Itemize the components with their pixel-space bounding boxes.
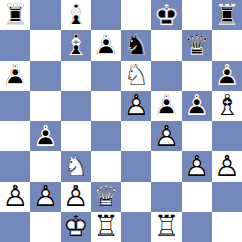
white-pawn-piece[interactable]: ♟♙ bbox=[212, 151, 242, 181]
square-a3[interactable] bbox=[0, 151, 30, 181]
square-h5[interactable]: ♝♗ bbox=[212, 91, 242, 121]
square-c7[interactable]: ♝♗ bbox=[61, 30, 91, 60]
square-d4[interactable] bbox=[91, 121, 121, 151]
black-rook-piece[interactable]: ♜♖ bbox=[212, 0, 242, 30]
square-c8[interactable]: ♝♗ bbox=[61, 0, 91, 30]
black-pawn-piece[interactable]: ♟♙ bbox=[30, 121, 60, 151]
black-pawn-piece[interactable]: ♟♙ bbox=[91, 30, 121, 60]
square-b2[interactable]: ♟♙ bbox=[30, 182, 60, 212]
square-b3[interactable] bbox=[30, 151, 60, 181]
piece-outline-glyph: ♗ bbox=[61, 30, 91, 60]
square-d2[interactable]: ♛♕ bbox=[91, 182, 121, 212]
square-b6[interactable] bbox=[30, 61, 60, 91]
white-rook-piece[interactable]: ♜♖ bbox=[91, 212, 121, 242]
square-e7[interactable]: ♞♘ bbox=[121, 30, 151, 60]
white-pawn-piece[interactable]: ♟♙ bbox=[30, 182, 60, 212]
chess-board: ♜♖♝♗♚♔♜♖♝♗♟♙♞♘♛♕♟♙♞♘♟♙♟♙♟♙♟♙♝♗♟♙♟♙♞♘♟♙♟♙… bbox=[0, 0, 242, 242]
black-pawn-piece[interactable]: ♟♙ bbox=[212, 61, 242, 91]
square-g4[interactable] bbox=[182, 121, 212, 151]
white-bishop-piece[interactable]: ♝♗ bbox=[212, 91, 242, 121]
square-h7[interactable] bbox=[212, 30, 242, 60]
white-pawn-piece[interactable]: ♟♙ bbox=[151, 121, 181, 151]
piece-outline-glyph: ♙ bbox=[30, 182, 60, 212]
square-c3[interactable]: ♞♘ bbox=[61, 151, 91, 181]
square-d6[interactable] bbox=[91, 61, 121, 91]
piece-outline-glyph: ♘ bbox=[61, 151, 91, 181]
white-pawn-piece[interactable]: ♟♙ bbox=[121, 91, 151, 121]
piece-outline-glyph: ♕ bbox=[91, 182, 121, 212]
square-a8[interactable]: ♜♖ bbox=[0, 0, 30, 30]
square-e2[interactable] bbox=[121, 182, 151, 212]
square-b8[interactable] bbox=[30, 0, 60, 30]
piece-outline-glyph: ♙ bbox=[91, 30, 121, 60]
white-knight-piece[interactable]: ♞♘ bbox=[121, 61, 151, 91]
square-d3[interactable] bbox=[91, 151, 121, 181]
square-f7[interactable] bbox=[151, 30, 181, 60]
piece-outline-glyph: ♖ bbox=[91, 212, 121, 242]
piece-outline-glyph: ♘ bbox=[121, 30, 151, 60]
square-d1[interactable]: ♜♖ bbox=[91, 212, 121, 242]
square-b7[interactable] bbox=[30, 30, 60, 60]
square-c2[interactable]: ♟♙ bbox=[61, 182, 91, 212]
black-pawn-piece[interactable]: ♟♙ bbox=[151, 91, 181, 121]
piece-outline-glyph: ♕ bbox=[182, 30, 212, 60]
square-b4[interactable]: ♟♙ bbox=[30, 121, 60, 151]
square-b5[interactable] bbox=[30, 91, 60, 121]
white-pawn-piece[interactable]: ♟♙ bbox=[182, 151, 212, 181]
square-f5[interactable]: ♟♙ bbox=[151, 91, 181, 121]
square-a1[interactable] bbox=[0, 212, 30, 242]
square-c6[interactable] bbox=[61, 61, 91, 91]
square-g8[interactable] bbox=[182, 0, 212, 30]
square-h1[interactable] bbox=[212, 212, 242, 242]
white-rook-piece[interactable]: ♜♖ bbox=[151, 212, 181, 242]
square-a5[interactable] bbox=[0, 91, 30, 121]
square-h3[interactable]: ♟♙ bbox=[212, 151, 242, 181]
piece-outline-glyph: ♙ bbox=[182, 151, 212, 181]
square-f4[interactable]: ♟♙ bbox=[151, 121, 181, 151]
square-e6[interactable]: ♞♘ bbox=[121, 61, 151, 91]
square-g3[interactable]: ♟♙ bbox=[182, 151, 212, 181]
square-h8[interactable]: ♜♖ bbox=[212, 0, 242, 30]
piece-outline-glyph: ♙ bbox=[212, 151, 242, 181]
square-c5[interactable] bbox=[61, 91, 91, 121]
black-pawn-piece[interactable]: ♟♙ bbox=[182, 91, 212, 121]
square-f6[interactable] bbox=[151, 61, 181, 91]
square-f3[interactable] bbox=[151, 151, 181, 181]
piece-outline-glyph: ♙ bbox=[151, 121, 181, 151]
piece-outline-glyph: ♖ bbox=[212, 0, 242, 30]
square-f8[interactable]: ♚♔ bbox=[151, 0, 181, 30]
black-king-piece[interactable]: ♚♔ bbox=[151, 0, 181, 30]
square-a4[interactable] bbox=[0, 121, 30, 151]
black-bishop-piece[interactable]: ♝♗ bbox=[61, 0, 91, 30]
white-pawn-piece[interactable]: ♟♙ bbox=[61, 182, 91, 212]
square-f2[interactable] bbox=[151, 182, 181, 212]
white-pawn-piece[interactable]: ♟♙ bbox=[0, 182, 30, 212]
square-e4[interactable] bbox=[121, 121, 151, 151]
black-bishop-piece[interactable]: ♝♗ bbox=[61, 30, 91, 60]
piece-outline-glyph: ♙ bbox=[212, 61, 242, 91]
black-knight-piece[interactable]: ♞♘ bbox=[121, 30, 151, 60]
square-c4[interactable] bbox=[61, 121, 91, 151]
square-a2[interactable]: ♟♙ bbox=[0, 182, 30, 212]
piece-outline-glyph: ♖ bbox=[0, 0, 30, 30]
piece-outline-glyph: ♙ bbox=[182, 91, 212, 121]
piece-outline-glyph: ♙ bbox=[0, 182, 30, 212]
piece-outline-glyph: ♔ bbox=[151, 0, 181, 30]
black-pawn-piece[interactable]: ♟♙ bbox=[0, 61, 30, 91]
square-b1[interactable] bbox=[30, 212, 60, 242]
square-e1[interactable] bbox=[121, 212, 151, 242]
piece-outline-glyph: ♙ bbox=[0, 61, 30, 91]
piece-outline-glyph: ♘ bbox=[121, 61, 151, 91]
black-rook-piece[interactable]: ♜♖ bbox=[0, 0, 30, 30]
square-g5[interactable]: ♟♙ bbox=[182, 91, 212, 121]
piece-outline-glyph: ♙ bbox=[121, 91, 151, 121]
square-g7[interactable]: ♛♕ bbox=[182, 30, 212, 60]
white-knight-piece[interactable]: ♞♘ bbox=[61, 151, 91, 181]
piece-outline-glyph: ♙ bbox=[151, 91, 181, 121]
piece-outline-glyph: ♖ bbox=[151, 212, 181, 242]
square-h6[interactable]: ♟♙ bbox=[212, 61, 242, 91]
square-f1[interactable]: ♜♖ bbox=[151, 212, 181, 242]
black-queen-piece[interactable]: ♛♕ bbox=[182, 30, 212, 60]
square-a7[interactable] bbox=[0, 30, 30, 60]
piece-outline-glyph: ♙ bbox=[30, 121, 60, 151]
white-queen-piece[interactable]: ♛♕ bbox=[91, 182, 121, 212]
square-a6[interactable]: ♟♙ bbox=[0, 61, 30, 91]
square-d8[interactable] bbox=[91, 0, 121, 30]
square-e5[interactable]: ♟♙ bbox=[121, 91, 151, 121]
square-g2[interactable] bbox=[182, 182, 212, 212]
piece-outline-glyph: ♗ bbox=[212, 91, 242, 121]
square-g1[interactable] bbox=[182, 212, 212, 242]
piece-outline-glyph: ♗ bbox=[61, 0, 91, 30]
square-d7[interactable]: ♟♙ bbox=[91, 30, 121, 60]
square-h4[interactable] bbox=[212, 121, 242, 151]
square-d5[interactable] bbox=[91, 91, 121, 121]
square-c1[interactable]: ♚♔ bbox=[61, 212, 91, 242]
square-e8[interactable] bbox=[121, 0, 151, 30]
square-g6[interactable] bbox=[182, 61, 212, 91]
white-king-piece[interactable]: ♚♔ bbox=[61, 212, 91, 242]
piece-outline-glyph: ♙ bbox=[61, 182, 91, 212]
square-h2[interactable] bbox=[212, 182, 242, 212]
square-e3[interactable] bbox=[121, 151, 151, 181]
piece-outline-glyph: ♔ bbox=[61, 212, 91, 242]
